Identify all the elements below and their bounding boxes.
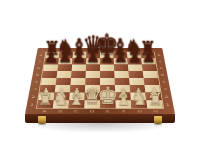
rank-label-left-5: 5 <box>32 71 43 78</box>
black-pawn-piece: ♟ <box>128 48 169 64</box>
rank-label-right-4: 4 <box>158 78 169 85</box>
rank-label-left-4: 4 <box>31 78 42 85</box>
rank-label-right-5: 5 <box>157 71 168 78</box>
square-f5 <box>114 71 129 78</box>
brass-latch-right <box>154 116 162 124</box>
square-h1: ♜ <box>146 100 163 108</box>
photo-background: ♜♞♝♛♚♝♞♜♟♟♟♟♟♟♟♟♟♟♟♟♟♟♟♟♜♞♝♛♚♝♞♜ ABCDEFG… <box>0 0 200 155</box>
square-d5 <box>85 71 100 78</box>
brass-latch-left <box>38 116 46 124</box>
square-h7: ♟ <box>141 58 156 64</box>
square-h4 <box>144 78 160 85</box>
square-a4 <box>41 78 57 85</box>
square-c5 <box>71 71 86 78</box>
square-g4 <box>129 78 144 85</box>
square-a5 <box>42 71 57 78</box>
square-g5 <box>128 71 143 78</box>
chess-board: ♜♞♝♛♚♝♞♜♟♟♟♟♟♟♟♟♟♟♟♟♟♟♟♟♜♞♝♛♚♝♞♜ ABCDEFG… <box>25 48 175 114</box>
square-b5 <box>56 71 71 78</box>
board-squares: ♜♞♝♛♚♝♞♜♟♟♟♟♟♟♟♟♟♟♟♟♟♟♟♟♜♞♝♛♚♝♞♜ <box>37 52 163 108</box>
square-h5 <box>143 71 158 78</box>
white-rook-piece: ♜ <box>137 91 172 108</box>
square-b4 <box>56 78 71 85</box>
board-front-edge <box>25 114 175 123</box>
square-e5 <box>100 71 115 78</box>
